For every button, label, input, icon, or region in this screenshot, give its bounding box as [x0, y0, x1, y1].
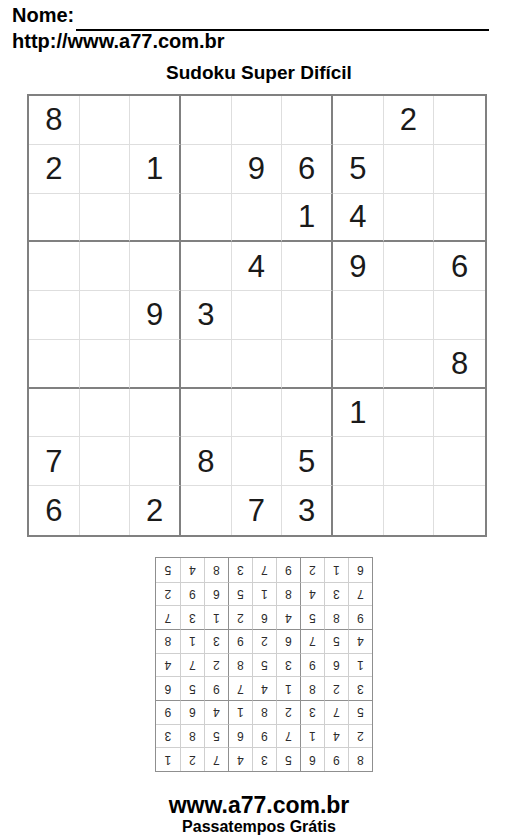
solution-cell-r2c3: 1: [300, 724, 324, 748]
solution-cell-r9c3: 2: [300, 558, 324, 582]
cell-r4c8: [384, 242, 435, 291]
cell-r7c2: [80, 389, 131, 438]
cell-r7c5: [232, 389, 283, 438]
solution-cell-r3c7: 4: [204, 700, 228, 724]
cell-r6c5: [232, 340, 283, 389]
solution-cell-r7c9: 7: [156, 605, 180, 629]
solution-cell-r4c6: 7: [228, 676, 252, 700]
solution-cell-r8c6: 5: [228, 582, 252, 606]
cell-r9c4: [181, 486, 232, 535]
solution-cell-r3c4: 2: [276, 700, 300, 724]
cell-r6c9: 8: [434, 340, 485, 389]
cell-r1c5: [232, 96, 283, 145]
solution-cell-r3c3: 3: [300, 700, 324, 724]
cell-r2c2: [80, 145, 131, 194]
cell-r7c7: 1: [333, 389, 384, 438]
cell-r6c8: [384, 340, 435, 389]
solution-cell-r6c4: 6: [276, 629, 300, 653]
solution-cell-r1c1: 8: [348, 747, 372, 771]
cell-r3c3: [130, 194, 181, 243]
cell-r4c6: [282, 242, 333, 291]
solution-cell-r2c8: 8: [180, 724, 204, 748]
solution-cell-r9c2: 1: [324, 558, 348, 582]
solution-cell-r7c1: 9: [348, 605, 372, 629]
cell-r5c5: [232, 291, 283, 340]
solution-cell-r4c7: 9: [204, 676, 228, 700]
cell-r5c3: 9: [130, 291, 181, 340]
solution-grid: 8965347212417965835732814693281479561693…: [155, 557, 373, 772]
cell-r6c6: [282, 340, 333, 389]
cell-r1c4: [181, 96, 232, 145]
solution-cell-r8c5: 1: [252, 582, 276, 606]
solution-cell-r1c9: 1: [156, 747, 180, 771]
solution-cell-r5c3: 9: [300, 653, 324, 677]
cell-r8c7: [333, 437, 384, 486]
cell-r3c2: [80, 194, 131, 243]
cell-r3c8: [384, 194, 435, 243]
solution-cell-r1c8: 2: [180, 747, 204, 771]
cell-r9c3: 2: [130, 486, 181, 535]
cell-r9c5: 7: [232, 486, 283, 535]
cell-r6c3: [130, 340, 181, 389]
cell-r2c8: [384, 145, 435, 194]
cell-r1c6: [282, 96, 333, 145]
solution-cell-r6c5: 2: [252, 629, 276, 653]
solution-cell-r9c7: 8: [204, 558, 228, 582]
cell-r7c6: [282, 389, 333, 438]
cell-r8c2: [80, 437, 131, 486]
cell-r4c9: 6: [434, 242, 485, 291]
cell-r6c4: [181, 340, 232, 389]
cell-r9c1: 6: [29, 486, 80, 535]
solution-cell-r2c9: 3: [156, 724, 180, 748]
solution-cell-r3c6: 1: [228, 700, 252, 724]
solution-cell-r5c5: 5: [252, 653, 276, 677]
solution-cell-r2c7: 5: [204, 724, 228, 748]
cell-r3c5: [232, 194, 283, 243]
solution-cell-r2c5: 9: [252, 724, 276, 748]
solution-cell-r6c1: 4: [348, 629, 372, 653]
solution-cell-r9c1: 6: [348, 558, 372, 582]
cell-r1c9: [434, 96, 485, 145]
cell-r9c6: 3: [282, 486, 333, 535]
solution-cell-r8c8: 9: [180, 582, 204, 606]
solution-cell-r9c8: 4: [180, 558, 204, 582]
solution-cell-r1c7: 7: [204, 747, 228, 771]
cell-r4c7: 9: [333, 242, 384, 291]
cell-r3c9: [434, 194, 485, 243]
cell-r2c9: [434, 145, 485, 194]
footer-tagline: Passatempos Grátis: [0, 818, 518, 836]
cell-r6c7: [333, 340, 384, 389]
cell-r3c7: 4: [333, 194, 384, 243]
solution-cell-r7c2: 8: [324, 605, 348, 629]
solution-cell-r2c4: 7: [276, 724, 300, 748]
solution-cell-r5c7: 2: [204, 653, 228, 677]
solution-cell-r2c2: 4: [324, 724, 348, 748]
solution-cell-r5c9: 4: [156, 653, 180, 677]
cell-r8c5: [232, 437, 283, 486]
solution-cell-r8c1: 7: [348, 582, 372, 606]
solution-cell-r3c5: 8: [252, 700, 276, 724]
solution-cell-r6c6: 9: [228, 629, 252, 653]
cell-r5c6: [282, 291, 333, 340]
solution-cell-r4c2: 2: [324, 676, 348, 700]
solution-cell-r8c2: 3: [324, 582, 348, 606]
solution-cell-r8c4: 8: [276, 582, 300, 606]
cell-r2c6: 6: [282, 145, 333, 194]
solution-cell-r7c5: 6: [252, 605, 276, 629]
cell-r7c9: [434, 389, 485, 438]
cell-r4c5: 4: [232, 242, 283, 291]
solution-cell-r1c6: 4: [228, 747, 252, 771]
solution-cell-r7c7: 1: [204, 605, 228, 629]
solution-cell-r5c2: 6: [324, 653, 348, 677]
cell-r3c4: [181, 194, 232, 243]
solution-cell-r3c9: 9: [156, 700, 180, 724]
cell-r2c7: 5: [333, 145, 384, 194]
solution-cell-r4c5: 4: [252, 676, 276, 700]
cell-r9c7: [333, 486, 384, 535]
cell-r2c4: [181, 145, 232, 194]
cell-r1c2: [80, 96, 131, 145]
cell-r5c4: 3: [181, 291, 232, 340]
cell-r1c1: 8: [29, 96, 80, 145]
solution-cell-r7c8: 3: [180, 605, 204, 629]
cell-r9c8: [384, 486, 435, 535]
cell-r6c2: [80, 340, 131, 389]
solution-cell-r1c5: 3: [252, 747, 276, 771]
solution-cell-r7c3: 5: [300, 605, 324, 629]
solution-cell-r9c9: 5: [156, 558, 180, 582]
solution-cell-r1c4: 5: [276, 747, 300, 771]
cell-r9c9: [434, 486, 485, 535]
solution-cell-r4c9: 6: [156, 676, 180, 700]
cell-r8c8: [384, 437, 435, 486]
solution-cell-r9c6: 3: [228, 558, 252, 582]
cell-r5c8: [384, 291, 435, 340]
cell-r5c7: [333, 291, 384, 340]
solution-cell-r5c4: 3: [276, 653, 300, 677]
solution-cell-r1c2: 9: [324, 747, 348, 771]
cell-r8c4: 8: [181, 437, 232, 486]
cell-r7c8: [384, 389, 435, 438]
cell-r8c9: [434, 437, 485, 486]
cell-r6c1: [29, 340, 80, 389]
cell-r3c1: [29, 194, 80, 243]
cell-r1c3: [130, 96, 181, 145]
solution-cell-r2c1: 2: [348, 724, 372, 748]
solution-cell-r6c8: 1: [180, 629, 204, 653]
cell-r2c3: 1: [130, 145, 181, 194]
solution-cell-r1c3: 6: [300, 747, 324, 771]
solution-cell-r6c7: 3: [204, 629, 228, 653]
solution-cell-r8c9: 2: [156, 582, 180, 606]
solution-cell-r4c8: 5: [180, 676, 204, 700]
cell-r7c3: [130, 389, 181, 438]
sudoku-grid: 82219651449693817856273: [27, 94, 487, 537]
cell-r7c1: [29, 389, 80, 438]
cell-r5c2: [80, 291, 131, 340]
cell-r4c1: [29, 242, 80, 291]
solution-cell-r3c1: 5: [348, 700, 372, 724]
solution-cell-r3c2: 7: [324, 700, 348, 724]
cell-r7c4: [181, 389, 232, 438]
solution-cell-r7c6: 2: [228, 605, 252, 629]
cell-r4c3: [130, 242, 181, 291]
cell-r1c8: 2: [384, 96, 435, 145]
cell-r9c2: [80, 486, 131, 535]
solution-cell-r7c4: 4: [276, 605, 300, 629]
solution-cell-r4c3: 8: [300, 676, 324, 700]
solution-cell-r9c4: 9: [276, 558, 300, 582]
solution-cell-r2c6: 6: [228, 724, 252, 748]
solution-cell-r6c3: 7: [300, 629, 324, 653]
solution-cell-r6c9: 8: [156, 629, 180, 653]
name-label: Nome:: [12, 4, 74, 27]
cell-r4c2: [80, 242, 131, 291]
cell-r5c9: [434, 291, 485, 340]
cell-r8c1: 7: [29, 437, 80, 486]
solution-cell-r8c7: 6: [204, 582, 228, 606]
cell-r2c5: 9: [232, 145, 283, 194]
solution-cell-r5c1: 1: [348, 653, 372, 677]
solution-cell-r6c2: 5: [324, 629, 348, 653]
solution-cell-r4c4: 1: [276, 676, 300, 700]
solution-cell-r3c8: 6: [180, 700, 204, 724]
cell-r8c6: 5: [282, 437, 333, 486]
page-title: Sudoku Super Difícil: [0, 62, 518, 84]
cell-r8c3: [130, 437, 181, 486]
solution-cell-r4c1: 3: [348, 676, 372, 700]
solution-cell-r5c6: 8: [228, 653, 252, 677]
cell-r1c7: [333, 96, 384, 145]
cell-r5c1: [29, 291, 80, 340]
cell-r2c1: 2: [29, 145, 80, 194]
cell-r3c6: 1: [282, 194, 333, 243]
solution-cell-r5c8: 7: [180, 653, 204, 677]
cell-r4c4: [181, 242, 232, 291]
solution-cell-r9c5: 7: [252, 558, 276, 582]
footer-site-url: www.a77.com.br: [0, 792, 518, 819]
site-url-text: http://www.a77.com.br: [12, 30, 225, 53]
solution-cell-r8c3: 4: [300, 582, 324, 606]
